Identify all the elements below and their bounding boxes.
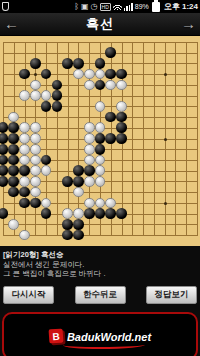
white-stone[interactable] [95,198,106,209]
black-stone[interactable] [116,69,127,80]
battery-icon [152,2,160,12]
black-stone[interactable] [0,208,8,219]
black-stone[interactable] [8,122,19,133]
black-stone[interactable] [19,198,30,209]
problem-title: [읽기20형] 흑선승 [3,250,197,260]
grid-line-horizontal [3,117,198,118]
logo-swoosh [63,341,145,349]
status-bar: ᛒ ▣ ◷ HD 89% 오후 1:24 [0,0,200,13]
black-stone[interactable] [30,58,41,69]
black-stone[interactable] [19,69,30,80]
star-point [34,73,37,76]
battery-percent: 89% [135,3,149,10]
white-stone[interactable] [19,176,30,187]
black-stone[interactable] [52,90,63,101]
black-stone[interactable] [73,219,84,230]
white-stone[interactable] [30,133,41,144]
white-stone[interactable] [41,165,52,176]
black-stone[interactable] [19,165,30,176]
black-stone[interactable] [8,155,19,166]
black-stone[interactable] [0,133,8,144]
prev-problem-arrow[interactable]: ← [4,13,19,35]
title-bar: ← 흑선 → [0,13,200,36]
black-stone[interactable] [62,176,73,187]
go-board[interactable] [0,36,200,246]
black-stone[interactable] [8,187,19,198]
black-stone[interactable] [0,176,8,187]
badukworld-logo-icon: B [48,329,63,344]
black-stone[interactable] [41,101,52,112]
black-stone[interactable] [105,133,116,144]
grid-line-horizontal [3,235,198,236]
white-stone[interactable] [30,122,41,133]
black-stone[interactable] [95,133,106,144]
black-stone[interactable] [8,133,19,144]
white-stone[interactable] [41,90,52,101]
show-answer-button[interactable]: 정답보기 [146,286,197,304]
black-stone[interactable] [105,47,116,58]
hd-badge: HD [100,3,111,11]
black-stone[interactable] [95,144,106,155]
white-stone[interactable] [95,69,106,80]
white-stone[interactable] [84,133,95,144]
black-stone[interactable] [52,101,63,112]
grid-line-horizontal [3,224,198,225]
black-stone[interactable] [41,69,52,80]
white-stone[interactable] [19,144,30,155]
white-stone[interactable] [30,176,41,187]
star-point [164,202,167,205]
white-stone[interactable] [95,101,106,112]
black-stone[interactable] [116,112,127,123]
black-stone[interactable] [0,122,8,133]
black-stone[interactable] [95,208,106,219]
white-stone[interactable] [41,198,52,209]
white-stone[interactable] [30,155,41,166]
black-stone[interactable] [73,230,84,241]
white-stone[interactable] [116,101,127,112]
black-stone[interactable] [41,155,52,166]
black-stone[interactable] [62,58,73,69]
black-stone[interactable] [73,165,84,176]
clock-text: 오후 1:24 [164,1,198,12]
bluetooth-icon: ᛒ [74,0,79,13]
star-point [164,138,167,141]
black-stone[interactable] [73,176,84,187]
white-stone[interactable] [84,198,95,209]
sim-icon: ▣ [81,0,89,13]
white-stone[interactable] [8,219,19,230]
white-stone[interactable] [73,208,84,219]
black-stone[interactable] [19,187,30,198]
black-stone[interactable] [105,208,116,219]
undo-button[interactable]: 한수뒤로 [75,286,126,304]
black-stone[interactable] [62,219,73,230]
white-stone[interactable] [95,176,106,187]
white-stone[interactable] [19,230,30,241]
problem-description: [읽기20형] 흑선승 실전에서 생긴 문제이다. 그 큰 백집이 흑집으로 바… [0,246,200,279]
black-stone[interactable] [8,144,19,155]
white-stone[interactable] [84,176,95,187]
black-stone[interactable] [0,144,8,155]
grid-line-horizontal [3,53,198,54]
signal-icon [124,3,133,11]
black-stone[interactable] [8,165,19,176]
white-stone[interactable] [30,187,41,198]
white-stone[interactable] [19,133,30,144]
black-stone[interactable] [30,198,41,209]
black-stone[interactable] [0,155,8,166]
black-stone[interactable] [0,165,8,176]
restart-button[interactable]: 다시시작 [3,286,54,304]
white-stone[interactable] [19,122,30,133]
app-window: ᛒ ▣ ◷ HD 89% 오후 1:24 ← 흑선 → [읽기20형] 흑선승 … [0,0,200,356]
white-stone[interactable] [105,198,116,209]
black-stone[interactable] [41,208,52,219]
button-row: 다시시작 한수뒤로 정답보기 [0,286,200,304]
black-stone[interactable] [8,176,19,187]
white-stone[interactable] [30,165,41,176]
white-stone[interactable] [95,122,106,133]
white-stone[interactable] [73,69,84,80]
badukworld-banner[interactable]: B BadukWorld.net [2,312,198,356]
black-stone[interactable] [62,230,73,241]
page-title: 흑선 [86,15,114,33]
white-stone[interactable] [84,69,95,80]
white-stone[interactable] [84,155,95,166]
white-stone[interactable] [105,80,116,91]
white-stone[interactable] [73,187,84,198]
alarm-icon: ◷ [91,0,98,13]
black-stone[interactable] [95,80,106,91]
white-stone[interactable] [30,90,41,101]
white-stone[interactable] [95,165,106,176]
next-problem-arrow[interactable]: → [181,13,196,35]
white-stone[interactable] [30,80,41,91]
black-stone[interactable] [105,112,116,123]
shield-icon [2,2,9,11]
black-stone[interactable] [116,208,127,219]
star-point [164,73,167,76]
problem-text-line: 실전에서 생긴 문제이다. [3,260,197,270]
black-stone[interactable] [84,208,95,219]
black-stone[interactable] [95,58,106,69]
white-stone[interactable] [30,144,41,155]
black-stone[interactable] [73,58,84,69]
black-stone[interactable] [116,122,127,133]
white-stone[interactable] [62,208,73,219]
black-stone[interactable] [84,165,95,176]
white-stone[interactable] [116,80,127,91]
wifi-icon [113,4,122,10]
white-stone[interactable] [84,144,95,155]
white-stone[interactable] [19,90,30,101]
white-stone[interactable] [84,80,95,91]
black-stone[interactable] [116,133,127,144]
black-stone[interactable] [52,80,63,91]
white-stone[interactable] [95,155,106,166]
white-stone[interactable] [84,122,95,133]
black-stone[interactable] [105,69,116,80]
white-stone[interactable] [19,155,30,166]
problem-text-line: 그 큰 백집이 흑집으로 바뀌다 . [3,269,197,279]
white-stone[interactable] [8,112,19,123]
grid-line-horizontal [3,42,198,43]
